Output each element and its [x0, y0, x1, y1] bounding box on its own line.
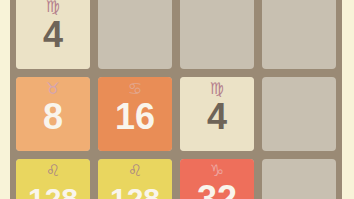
tile-8: ♉ 8	[16, 77, 90, 151]
tile-128: ♌ 128	[98, 159, 172, 199]
tile-16: ♋ 16	[98, 77, 172, 151]
leo-icon: ♌	[98, 163, 172, 179]
cell-r2c3: ♍ 4	[180, 77, 254, 151]
tile-4: ♍ 4	[16, 0, 90, 69]
cell-r2c2: ♋ 16	[98, 77, 172, 151]
tile-value: 128	[98, 184, 172, 199]
tile-value: 4	[180, 99, 254, 135]
cell-r1c4	[262, 0, 336, 69]
cell-r1c3	[180, 0, 254, 69]
capricorn-icon: ♑	[180, 163, 254, 179]
leo-icon: ♌	[16, 163, 90, 179]
tile-32: ♑ 32	[180, 159, 254, 199]
virgo-icon: ♍	[180, 81, 254, 97]
tile-value: 8	[16, 99, 90, 135]
tile-4: ♍ 4	[180, 77, 254, 151]
cell-r2c1: ♉ 8	[16, 77, 90, 151]
virgo-icon: ♍	[16, 0, 90, 15]
board-2048[interactable]: ♍ 4 ♉ 8 ♋ 16 ♍ 4	[10, 0, 342, 199]
tile-value: 128	[16, 184, 90, 199]
tile-value: 4	[16, 17, 90, 53]
cell-r3c2: ♌ 128	[98, 159, 172, 199]
tile-value: 32	[180, 181, 254, 199]
game-area: ♍ 4 ♉ 8 ♋ 16 ♍ 4	[0, 0, 354, 199]
tile-value: 16	[98, 99, 172, 135]
cancer-icon: ♋	[98, 81, 172, 97]
tile-128: ♌ 128	[16, 159, 90, 199]
taurus-icon: ♉	[16, 81, 90, 97]
cell-r3c4	[262, 159, 336, 199]
cell-r1c1: ♍ 4	[16, 0, 90, 69]
cell-r1c2	[98, 0, 172, 69]
cell-r2c4	[262, 77, 336, 151]
cell-r3c1: ♌ 128	[16, 159, 90, 199]
cell-r3c3: ♑ 32	[180, 159, 254, 199]
